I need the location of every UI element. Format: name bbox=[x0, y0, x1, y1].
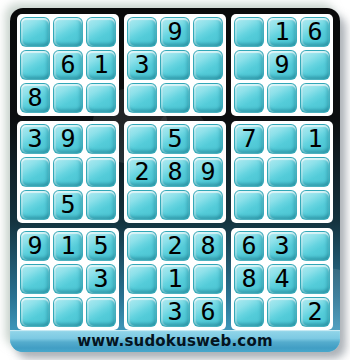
given-digit: 6 bbox=[241, 233, 256, 258]
cell-r8c2[interactable] bbox=[53, 264, 83, 294]
cell-r4c2[interactable]: 9 bbox=[53, 124, 83, 154]
given-digit: 6 bbox=[200, 299, 215, 324]
cell-r2c3[interactable]: 1 bbox=[86, 50, 116, 80]
cell-r4c6[interactable] bbox=[193, 124, 223, 154]
cell-r3c8[interactable] bbox=[267, 83, 297, 113]
cell-r6c8[interactable] bbox=[267, 190, 297, 220]
cell-r7c2[interactable]: 1 bbox=[53, 231, 83, 261]
cell-r6c6[interactable] bbox=[193, 190, 223, 220]
cell-r3c9[interactable] bbox=[300, 83, 330, 113]
cell-r5c5[interactable]: 8 bbox=[160, 157, 190, 187]
cell-r8c7[interactable]: 8 bbox=[234, 264, 264, 294]
given-digit: 7 bbox=[241, 126, 256, 151]
given-digit: 4 bbox=[274, 266, 289, 291]
cell-r6c4[interactable] bbox=[127, 190, 157, 220]
cell-r6c5[interactable] bbox=[160, 190, 190, 220]
given-digit: 8 bbox=[27, 85, 42, 110]
box-r1c1: 618 bbox=[17, 14, 119, 116]
given-digit: 1 bbox=[60, 233, 75, 258]
cell-r9c9[interactable]: 2 bbox=[300, 297, 330, 327]
given-digit: 3 bbox=[27, 126, 42, 151]
cell-r8c4[interactable] bbox=[127, 264, 157, 294]
cell-r4c1[interactable]: 3 bbox=[20, 124, 50, 154]
cell-r7c8[interactable]: 3 bbox=[267, 231, 297, 261]
cell-r4c4[interactable] bbox=[127, 124, 157, 154]
cell-r8c1[interactable] bbox=[20, 264, 50, 294]
given-digit: 5 bbox=[167, 126, 182, 151]
cell-r5c9[interactable] bbox=[300, 157, 330, 187]
cell-r9c1[interactable] bbox=[20, 297, 50, 327]
cell-r1c1[interactable] bbox=[20, 17, 50, 47]
sudoku-page: 618 93 169 395 5289 71 9153 28136 63842 … bbox=[0, 0, 350, 360]
cell-r3c2[interactable] bbox=[53, 83, 83, 113]
given-digit: 8 bbox=[200, 233, 215, 258]
cell-r7c9[interactable] bbox=[300, 231, 330, 261]
cell-r8c5[interactable]: 1 bbox=[160, 264, 190, 294]
board-frame: 618 93 169 395 5289 71 9153 28136 63842 … bbox=[10, 8, 340, 352]
given-digit: 8 bbox=[241, 266, 256, 291]
cell-r5c7[interactable] bbox=[234, 157, 264, 187]
cell-r7c1[interactable]: 9 bbox=[20, 231, 50, 261]
cell-r5c8[interactable] bbox=[267, 157, 297, 187]
given-digit: 3 bbox=[167, 299, 182, 324]
cell-r6c2[interactable]: 5 bbox=[53, 190, 83, 220]
cell-r7c5[interactable]: 2 bbox=[160, 231, 190, 261]
box-r1c2: 93 bbox=[124, 14, 226, 116]
cell-r6c3[interactable] bbox=[86, 190, 116, 220]
cell-r5c3[interactable] bbox=[86, 157, 116, 187]
cell-r3c1[interactable]: 8 bbox=[20, 83, 50, 113]
given-digit: 2 bbox=[167, 233, 182, 258]
given-digit: 1 bbox=[307, 126, 322, 151]
cell-r9c2[interactable] bbox=[53, 297, 83, 327]
cell-r2c4[interactable]: 3 bbox=[127, 50, 157, 80]
box-r2c2: 5289 bbox=[124, 121, 226, 223]
cell-r7c6[interactable]: 8 bbox=[193, 231, 223, 261]
box-r3c1: 9153 bbox=[17, 228, 119, 330]
cell-r9c5[interactable]: 3 bbox=[160, 297, 190, 327]
cell-r3c6[interactable] bbox=[193, 83, 223, 113]
cell-r5c4[interactable]: 2 bbox=[127, 157, 157, 187]
cell-r5c2[interactable] bbox=[53, 157, 83, 187]
cell-r3c3[interactable] bbox=[86, 83, 116, 113]
cell-r6c9[interactable] bbox=[300, 190, 330, 220]
cell-r2c5[interactable] bbox=[160, 50, 190, 80]
given-digit: 6 bbox=[307, 19, 322, 44]
given-digit: 1 bbox=[167, 266, 182, 291]
given-digit: 9 bbox=[60, 126, 75, 151]
cell-r1c9[interactable]: 6 bbox=[300, 17, 330, 47]
cell-r9c7[interactable] bbox=[234, 297, 264, 327]
cell-r5c6[interactable]: 9 bbox=[193, 157, 223, 187]
cell-r6c1[interactable] bbox=[20, 190, 50, 220]
cell-r7c3[interactable]: 5 bbox=[86, 231, 116, 261]
cell-r9c6[interactable]: 6 bbox=[193, 297, 223, 327]
cell-r1c2[interactable] bbox=[53, 17, 83, 47]
cell-r8c9[interactable] bbox=[300, 264, 330, 294]
cell-r4c7[interactable]: 7 bbox=[234, 124, 264, 154]
cell-r9c8[interactable] bbox=[267, 297, 297, 327]
cell-r2c6[interactable] bbox=[193, 50, 223, 80]
given-digit: 3 bbox=[134, 52, 149, 77]
cell-r7c4[interactable] bbox=[127, 231, 157, 261]
given-digit: 8 bbox=[167, 159, 182, 184]
cell-r3c4[interactable] bbox=[127, 83, 157, 113]
cell-r2c7[interactable] bbox=[234, 50, 264, 80]
cell-r5c1[interactable] bbox=[20, 157, 50, 187]
cell-r9c4[interactable] bbox=[127, 297, 157, 327]
given-digit: 3 bbox=[93, 266, 108, 291]
given-digit: 5 bbox=[60, 192, 75, 217]
given-digit: 6 bbox=[60, 52, 75, 77]
box-r1c3: 169 bbox=[231, 14, 333, 116]
given-digit: 9 bbox=[27, 233, 42, 258]
cell-r2c2[interactable]: 6 bbox=[53, 50, 83, 80]
sudoku-board: 618 93 169 395 5289 71 9153 28136 63842 bbox=[17, 14, 333, 330]
cell-r1c6[interactable] bbox=[193, 17, 223, 47]
box-r2c3: 71 bbox=[231, 121, 333, 223]
given-digit: 1 bbox=[93, 52, 108, 77]
given-digit: 3 bbox=[274, 233, 289, 258]
given-digit: 1 bbox=[274, 19, 289, 44]
cell-r8c3[interactable]: 3 bbox=[86, 264, 116, 294]
cell-r4c3[interactable] bbox=[86, 124, 116, 154]
cell-r1c3[interactable] bbox=[86, 17, 116, 47]
cell-r3c7[interactable] bbox=[234, 83, 264, 113]
given-digit: 5 bbox=[93, 233, 108, 258]
given-digit: 2 bbox=[134, 159, 149, 184]
cell-r2c9[interactable] bbox=[300, 50, 330, 80]
box-r3c2: 28136 bbox=[124, 228, 226, 330]
cell-r9c3[interactable] bbox=[86, 297, 116, 327]
cell-r8c6[interactable] bbox=[193, 264, 223, 294]
cell-r1c8[interactable]: 1 bbox=[267, 17, 297, 47]
cell-r8c8[interactable]: 4 bbox=[267, 264, 297, 294]
cell-r1c7[interactable] bbox=[234, 17, 264, 47]
cell-r1c5[interactable]: 9 bbox=[160, 17, 190, 47]
cell-r4c5[interactable]: 5 bbox=[160, 124, 190, 154]
given-digit: 9 bbox=[274, 52, 289, 77]
cell-r4c9[interactable]: 1 bbox=[300, 124, 330, 154]
cell-r6c7[interactable] bbox=[234, 190, 264, 220]
footer-bar: www.sudokusweb.com bbox=[10, 330, 340, 352]
given-digit: 9 bbox=[167, 19, 182, 44]
cell-r2c1[interactable] bbox=[20, 50, 50, 80]
box-r3c3: 63842 bbox=[231, 228, 333, 330]
given-digit: 9 bbox=[200, 159, 215, 184]
cell-r3c5[interactable] bbox=[160, 83, 190, 113]
cell-r1c4[interactable] bbox=[127, 17, 157, 47]
site-link[interactable]: www.sudokusweb.com bbox=[77, 332, 272, 350]
cell-r2c8[interactable]: 9 bbox=[267, 50, 297, 80]
cell-r7c7[interactable]: 6 bbox=[234, 231, 264, 261]
given-digit: 2 bbox=[307, 299, 322, 324]
box-r2c1: 395 bbox=[17, 121, 119, 223]
cell-r4c8[interactable] bbox=[267, 124, 297, 154]
